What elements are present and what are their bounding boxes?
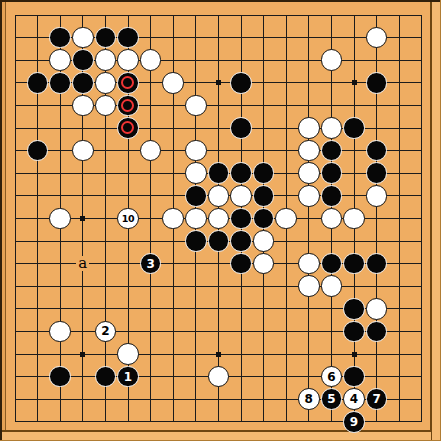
stone-black-c6r6 — [117, 117, 139, 139]
stone-white-c11r9 — [230, 185, 252, 207]
stone-white-c17r14 — [366, 298, 388, 320]
stone-black-c10r8 — [208, 162, 230, 184]
move-number-4: 4 — [350, 393, 358, 405]
stone-white-c14r7 — [298, 140, 320, 162]
stone-white-c17r9 — [366, 185, 388, 207]
stone-black-c6r2 — [117, 27, 139, 49]
stone-white-c15r6 — [321, 117, 343, 139]
star-point — [80, 352, 85, 357]
move-number-5: 5 — [327, 393, 335, 405]
stone-white-c16r10 — [343, 208, 365, 230]
stone-black-c17r8 — [366, 162, 388, 184]
stone-black-c2r4 — [27, 72, 49, 94]
label-a: a — [76, 256, 89, 271]
stone-black-c4r4 — [72, 72, 94, 94]
star-point — [80, 216, 85, 221]
stone-black-c16r14 — [343, 298, 365, 320]
stone-black-c15r8 — [321, 162, 343, 184]
grid-line-vertical — [308, 15, 309, 423]
stone-black-c9r11 — [185, 230, 207, 252]
grid-line-vertical — [421, 15, 422, 423]
stone-black-c6r17: 1 — [117, 366, 139, 388]
stone-white-c14r8 — [298, 162, 320, 184]
stone-black-c17r4 — [366, 72, 388, 94]
stone-black-c12r10 — [253, 208, 275, 230]
stone-white-c14r9 — [298, 185, 320, 207]
move-number-2: 2 — [101, 325, 109, 337]
red-circle-mark — [121, 121, 134, 134]
stone-black-c16r17 — [343, 366, 365, 388]
stone-white-c15r3 — [321, 49, 343, 71]
stone-white-c14r12 — [298, 253, 320, 275]
stone-black-c15r18: 5 — [321, 388, 343, 410]
stone-black-c16r6 — [343, 117, 365, 139]
stone-black-c5r2 — [95, 27, 117, 49]
stone-black-c11r11 — [230, 230, 252, 252]
stone-white-c4r2 — [72, 27, 94, 49]
stone-black-c3r17 — [49, 366, 71, 388]
stone-black-c11r12 — [230, 253, 252, 275]
stone-black-c11r4 — [230, 72, 252, 94]
stone-black-c16r12 — [343, 253, 365, 275]
stone-black-c15r7 — [321, 140, 343, 162]
stone-white-c8r10 — [162, 208, 184, 230]
move-number-1: 1 — [124, 371, 132, 383]
move-number-3: 3 — [146, 258, 154, 270]
stone-black-c15r12 — [321, 253, 343, 275]
star-point — [216, 80, 221, 85]
stone-white-c14r18: 8 — [298, 388, 320, 410]
stone-black-c3r4 — [49, 72, 71, 94]
star-point — [216, 352, 221, 357]
stone-white-c6r16 — [117, 343, 139, 365]
move-number-9: 9 — [350, 416, 358, 428]
stone-black-c11r6 — [230, 117, 252, 139]
star-point — [352, 352, 357, 357]
stone-black-c17r15 — [366, 321, 388, 343]
stone-black-c2r7 — [27, 140, 49, 162]
stone-black-c15r9 — [321, 185, 343, 207]
stone-white-c12r11 — [253, 230, 275, 252]
move-number-10: 10 — [122, 214, 134, 224]
stone-white-c9r5 — [185, 95, 207, 117]
stone-white-c8r4 — [162, 72, 184, 94]
stone-black-c17r18: 7 — [366, 388, 388, 410]
stone-white-c13r10 — [275, 208, 297, 230]
stone-white-c10r9 — [208, 185, 230, 207]
stone-white-c6r10: 10 — [117, 208, 139, 230]
stone-black-c11r8 — [230, 162, 252, 184]
stone-black-c10r11 — [208, 230, 230, 252]
star-point — [352, 80, 357, 85]
stone-white-c3r10 — [49, 208, 71, 230]
stone-white-c6r3 — [117, 49, 139, 71]
stone-black-c5r17 — [95, 366, 117, 388]
stone-black-c12r9 — [253, 185, 275, 207]
move-number-7: 7 — [372, 393, 380, 405]
stone-white-c3r15 — [49, 321, 71, 343]
stone-white-c4r7 — [72, 140, 94, 162]
stone-white-c15r10 — [321, 208, 343, 230]
stone-black-c16r19: 9 — [343, 411, 365, 433]
stone-white-c5r4 — [95, 72, 117, 94]
stone-white-c5r3 — [95, 49, 117, 71]
stone-white-c9r10 — [185, 208, 207, 230]
grid-line-vertical — [399, 15, 400, 423]
stone-black-c11r10 — [230, 208, 252, 230]
stone-black-c17r7 — [366, 140, 388, 162]
stone-white-c9r8 — [185, 162, 207, 184]
stone-white-c5r15: 2 — [95, 321, 117, 343]
go-diagram: 10321685479a — [0, 0, 441, 441]
stone-white-c14r6 — [298, 117, 320, 139]
stone-white-c10r17 — [208, 366, 230, 388]
stone-white-c7r7 — [140, 140, 162, 162]
stone-black-c6r5 — [117, 95, 139, 117]
stone-white-c12r12 — [253, 253, 275, 275]
stone-white-c7r3 — [140, 49, 162, 71]
stone-white-c5r5 — [95, 95, 117, 117]
stone-black-c4r3 — [72, 49, 94, 71]
stone-white-c17r2 — [366, 27, 388, 49]
stone-black-c7r12: 3 — [140, 253, 162, 275]
go-board-surface: 10321685479a — [0, 0, 441, 441]
stone-white-c4r5 — [72, 95, 94, 117]
stone-white-c14r13 — [298, 275, 320, 297]
stone-white-c15r17: 6 — [321, 366, 343, 388]
stone-white-c15r13 — [321, 275, 343, 297]
stone-black-c12r8 — [253, 162, 275, 184]
stone-white-c10r10 — [208, 208, 230, 230]
stone-white-c3r3 — [49, 49, 71, 71]
stone-white-c9r7 — [185, 140, 207, 162]
red-circle-mark — [121, 76, 134, 89]
move-number-8: 8 — [305, 393, 313, 405]
stone-black-c16r15 — [343, 321, 365, 343]
move-number-6: 6 — [327, 371, 335, 383]
stone-black-c9r9 — [185, 185, 207, 207]
stone-black-c6r4 — [117, 72, 139, 94]
stone-black-c3r2 — [49, 27, 71, 49]
stone-white-c16r18: 4 — [343, 388, 365, 410]
grid-line-horizontal — [15, 286, 423, 287]
stone-black-c17r12 — [366, 253, 388, 275]
red-circle-mark — [121, 99, 134, 112]
